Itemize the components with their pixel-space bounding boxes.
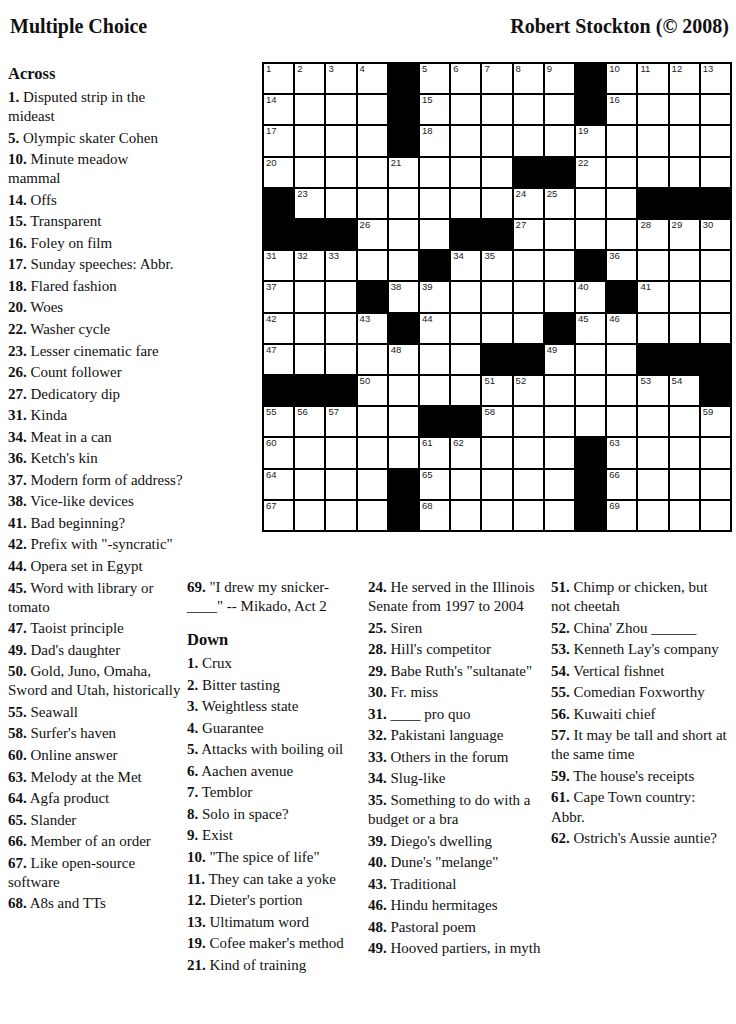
cell-r5c10[interactable]: 25: [545, 189, 574, 218]
cell-r8c13[interactable]: 41: [638, 282, 667, 311]
cell-r11c13[interactable]: 53: [638, 376, 667, 405]
cell-number: 61: [422, 438, 433, 449]
cell-r1c10[interactable]: 9: [545, 64, 574, 93]
clues-column-2: 69. "I drew my snicker-____" -- Mikado, …: [187, 578, 357, 977]
cell-r10c6[interactable]: [420, 345, 449, 374]
cell-r9c14[interactable]: [670, 314, 699, 343]
cell-r9c8[interactable]: [482, 314, 511, 343]
cell-r5c4[interactable]: [358, 189, 387, 218]
cell-r13c8[interactable]: [482, 438, 511, 467]
cell-r7c1[interactable]: 31: [264, 251, 293, 280]
cell-r2c12[interactable]: 16: [607, 95, 636, 124]
cell-number: 14: [266, 95, 277, 106]
cell-r6c5[interactable]: [389, 220, 418, 249]
cell-r4c3[interactable]: [326, 158, 355, 187]
cell-r7c4[interactable]: [358, 251, 387, 280]
down-clue-33: 33. Others in the forum: [368, 748, 544, 767]
cell-r15c14[interactable]: [670, 501, 699, 530]
cell-r4c1[interactable]: 20: [264, 158, 293, 187]
cell-r7c14[interactable]: [670, 251, 699, 280]
cell-number: 10: [609, 64, 620, 75]
cell-r3c3[interactable]: [326, 126, 355, 155]
cell-r9c11[interactable]: 45: [576, 314, 605, 343]
clue-number: 2.: [187, 677, 198, 693]
down-clue-49: 49. Hooved partiers, in myth: [368, 939, 544, 958]
cell-r4c9: [514, 158, 543, 187]
cell-r13c1[interactable]: 60: [264, 438, 293, 467]
cell-r9c3[interactable]: [326, 314, 355, 343]
cell-r15c10[interactable]: [545, 501, 574, 530]
cell-r2c8[interactable]: [482, 95, 511, 124]
cell-r6c12[interactable]: [607, 220, 636, 249]
clue-number: 27.: [8, 386, 27, 402]
cell-r8c5[interactable]: 38: [389, 282, 418, 311]
cell-r13c2[interactable]: [295, 438, 324, 467]
clue-number: 37.: [8, 472, 27, 488]
clue-number: 14.: [8, 192, 27, 208]
cell-r12c8[interactable]: 58: [482, 407, 511, 436]
cell-r6c2: [295, 220, 324, 249]
across-clue-45: 45. Word with library or tomato: [8, 579, 184, 617]
cell-r1c15[interactable]: 13: [701, 64, 730, 93]
clue-number: 41.: [8, 515, 27, 531]
cell-r4c5[interactable]: 21: [389, 158, 418, 187]
across-clue-36: 36. Ketch's kin: [8, 449, 184, 468]
cell-r2c13[interactable]: [638, 95, 667, 124]
cell-r4c7[interactable]: [451, 158, 480, 187]
cell-number: 57: [328, 407, 339, 418]
cell-r15c3[interactable]: [326, 501, 355, 530]
clue-number: 9.: [187, 827, 198, 843]
cell-r7c2[interactable]: 32: [295, 251, 324, 280]
cell-r1c2[interactable]: 2: [295, 64, 324, 93]
down-clue-46: 46. Hindu hermitages: [368, 896, 544, 915]
cell-r14c5: [389, 470, 418, 499]
clue-number: 39.: [368, 833, 387, 849]
cell-r5c11[interactable]: [576, 189, 605, 218]
cell-r8c3[interactable]: [326, 282, 355, 311]
cell-r4c8[interactable]: [482, 158, 511, 187]
cell-r6c6[interactable]: [420, 220, 449, 249]
cell-r6c10[interactable]: [545, 220, 574, 249]
cell-r11c1: [264, 376, 293, 405]
cell-number: 2: [297, 64, 302, 75]
clue-number: 68.: [8, 895, 27, 911]
cell-r10c10[interactable]: 49: [545, 345, 574, 374]
clue-number: 64.: [8, 790, 27, 806]
cell-r11c14[interactable]: 54: [670, 376, 699, 405]
cell-r5c6[interactable]: [420, 189, 449, 218]
clue-number: 33.: [368, 749, 387, 765]
cell-r1c9[interactable]: 8: [514, 64, 543, 93]
cell-r12c5[interactable]: [389, 407, 418, 436]
cell-r10c12[interactable]: [607, 345, 636, 374]
cell-r7c7[interactable]: 34: [451, 251, 480, 280]
cell-r3c14[interactable]: [670, 126, 699, 155]
cell-r14c1[interactable]: 64: [264, 470, 293, 499]
cell-r1c3[interactable]: 3: [326, 64, 355, 93]
cell-number: 59: [703, 407, 714, 418]
cell-r7c13[interactable]: [638, 251, 667, 280]
cell-r9c1[interactable]: 42: [264, 314, 293, 343]
cell-r14c2[interactable]: [295, 470, 324, 499]
cell-number: 1: [266, 64, 271, 75]
cell-r9c12[interactable]: 46: [607, 314, 636, 343]
cell-r13c15[interactable]: [701, 438, 730, 467]
cell-r8c2[interactable]: [295, 282, 324, 311]
down-clue-31: 31. ____ pro quo: [368, 705, 544, 724]
cell-r14c4[interactable]: [358, 470, 387, 499]
clue-number: 21.: [187, 957, 206, 973]
cell-r11c9[interactable]: 52: [514, 376, 543, 405]
cell-r11c6[interactable]: [420, 376, 449, 405]
cell-r11c8[interactable]: 51: [482, 376, 511, 405]
cell-r10c3[interactable]: [326, 345, 355, 374]
cell-r2c6[interactable]: 15: [420, 95, 449, 124]
cell-r6c13[interactable]: 28: [638, 220, 667, 249]
cell-r9c6[interactable]: 44: [420, 314, 449, 343]
cell-number: 29: [672, 220, 683, 231]
cell-r6c11[interactable]: [576, 220, 605, 249]
clue-number: 4.: [187, 720, 198, 736]
down-clue-39: 39. Diego's dwelling: [368, 832, 544, 851]
cell-r12c4[interactable]: [358, 407, 387, 436]
clue-number: 55.: [8, 704, 27, 720]
across-clue-34: 34. Meat in a can: [8, 428, 184, 447]
cell-r4c4[interactable]: [358, 158, 387, 187]
cell-r15c6[interactable]: 68: [420, 501, 449, 530]
cell-number: 34: [453, 251, 464, 262]
cell-r10c1[interactable]: 47: [264, 345, 293, 374]
cell-r14c8[interactable]: [482, 470, 511, 499]
cell-number: 32: [297, 251, 308, 262]
cell-r3c15[interactable]: [701, 126, 730, 155]
clue-number: 49.: [8, 642, 27, 658]
cell-r12c1[interactable]: 55: [264, 407, 293, 436]
cell-r3c11[interactable]: 19: [576, 126, 605, 155]
cell-r9c4[interactable]: 43: [358, 314, 387, 343]
cell-r1c13[interactable]: 11: [638, 64, 667, 93]
cell-number: 4: [360, 64, 365, 75]
across-clue-41: 41. Bad beginning?: [8, 514, 184, 533]
cell-r7c8[interactable]: 35: [482, 251, 511, 280]
down-clue-11: 11. They can take a yoke: [187, 870, 357, 889]
across-clue-58: 58. Surfer's haven: [8, 724, 184, 743]
across-clue-68: 68. A8s and TTs: [8, 894, 184, 913]
clue-number: 49.: [368, 940, 387, 956]
cell-r2c15[interactable]: [701, 95, 730, 124]
cell-r5c9[interactable]: 24: [514, 189, 543, 218]
cell-r8c10[interactable]: [545, 282, 574, 311]
cell-r12c3[interactable]: 57: [326, 407, 355, 436]
across-clue-18: 18. Flared fashion: [8, 277, 184, 296]
cell-r14c15[interactable]: [701, 470, 730, 499]
cell-r8c15[interactable]: [701, 282, 730, 311]
cell-r10c15: [701, 345, 730, 374]
crossword-grid[interactable]: 1234567891011121314151617181920212223242…: [262, 62, 732, 532]
down-clue-48: 48. Pastoral poem: [368, 918, 544, 937]
cell-r2c1[interactable]: 14: [264, 95, 293, 124]
cell-r15c13[interactable]: [638, 501, 667, 530]
cell-number: 20: [266, 158, 277, 169]
cell-r15c1[interactable]: 67: [264, 501, 293, 530]
cell-r14c12[interactable]: 66: [607, 470, 636, 499]
down-clue-56: 56. Kuwaiti chief: [551, 705, 730, 724]
cell-r1c4[interactable]: 4: [358, 64, 387, 93]
cell-r6c9[interactable]: 27: [514, 220, 543, 249]
cell-r7c12[interactable]: 36: [607, 251, 636, 280]
cell-r13c9[interactable]: [514, 438, 543, 467]
cell-r13c14[interactable]: [670, 438, 699, 467]
cell-number: 47: [266, 345, 277, 356]
cell-r4c6[interactable]: [420, 158, 449, 187]
cell-r4c12[interactable]: [607, 158, 636, 187]
clue-number: 11.: [187, 871, 205, 887]
clue-number: 56.: [551, 706, 570, 722]
cell-r8c4: [358, 282, 387, 311]
clue-number: 54.: [551, 663, 570, 679]
cell-r1c14[interactable]: 12: [670, 64, 699, 93]
cell-r8c6[interactable]: 39: [420, 282, 449, 311]
cell-r15c5: [389, 501, 418, 530]
down-clue-62: 62. Ostrich's Aussie auntie?: [551, 829, 730, 848]
cell-number: 41: [640, 282, 651, 293]
cell-r2c7[interactable]: [451, 95, 480, 124]
clue-number: 42.: [8, 536, 27, 552]
clue-number: 12.: [187, 892, 206, 908]
clue-number: 19.: [187, 935, 206, 951]
cell-r8c1[interactable]: 37: [264, 282, 293, 311]
cell-r14c10[interactable]: [545, 470, 574, 499]
clue-number: 66.: [8, 833, 27, 849]
author-credit: Robert Stockton (© 2008): [510, 15, 729, 38]
cell-r7c9[interactable]: [514, 251, 543, 280]
down-clue-53: 53. Kenneth Lay's company: [551, 640, 730, 659]
cell-r6c15[interactable]: 30: [701, 220, 730, 249]
cell-r3c10[interactable]: [545, 126, 574, 155]
down-clue-5: 5. Attacks with boiling oil: [187, 740, 357, 759]
cell-number: 6: [453, 64, 458, 75]
cell-number: 52: [516, 376, 527, 387]
cell-r11c10[interactable]: [545, 376, 574, 405]
cell-number: 45: [578, 314, 589, 325]
cell-number: 30: [703, 220, 714, 231]
cell-r11c4[interactable]: 50: [358, 376, 387, 405]
cell-r15c4[interactable]: [358, 501, 387, 530]
cell-r14c13[interactable]: [638, 470, 667, 499]
cell-r10c8: [482, 345, 511, 374]
cell-r13c3[interactable]: [326, 438, 355, 467]
cell-r5c3[interactable]: [326, 189, 355, 218]
cell-r2c10[interactable]: [545, 95, 574, 124]
cell-number: 42: [266, 314, 277, 325]
cell-r3c2[interactable]: [295, 126, 324, 155]
clue-number: 34.: [8, 429, 27, 445]
cell-r5c15: [701, 189, 730, 218]
cell-r12c11[interactable]: [576, 407, 605, 436]
cell-r12c2[interactable]: 56: [295, 407, 324, 436]
cell-r11c11[interactable]: [576, 376, 605, 405]
cell-r5c5[interactable]: [389, 189, 418, 218]
clue-number: 53.: [551, 641, 570, 657]
cell-r4c11[interactable]: 22: [576, 158, 605, 187]
clue-number: 62.: [551, 830, 570, 846]
cell-r3c9[interactable]: [514, 126, 543, 155]
cell-r2c14[interactable]: [670, 95, 699, 124]
cell-r15c8[interactable]: [482, 501, 511, 530]
across-clue-38: 38. Vice-like devices: [8, 492, 184, 511]
cell-r9c13[interactable]: [638, 314, 667, 343]
cell-r1c7[interactable]: 6: [451, 64, 480, 93]
cell-r13c7[interactable]: 62: [451, 438, 480, 467]
cell-r9c7[interactable]: [451, 314, 480, 343]
cell-r13c13[interactable]: [638, 438, 667, 467]
cell-number: 3: [328, 64, 333, 75]
cell-number: 40: [578, 282, 589, 293]
page-header: Multiple Choice Robert Stockton (© 2008): [10, 15, 729, 38]
cell-r2c4[interactable]: [358, 95, 387, 124]
cell-r4c14[interactable]: [670, 158, 699, 187]
cell-r1c12[interactable]: 10: [607, 64, 636, 93]
cell-r8c8[interactable]: [482, 282, 511, 311]
cell-r5c2[interactable]: 23: [295, 189, 324, 218]
cell-r11c7[interactable]: [451, 376, 480, 405]
cell-r13c10[interactable]: [545, 438, 574, 467]
cell-r8c9[interactable]: [514, 282, 543, 311]
across-clue-67: 67. Like open-source software: [8, 854, 184, 892]
cell-r3c8[interactable]: [482, 126, 511, 155]
down-clue-7: 7. Temblor: [187, 783, 357, 802]
clue-number: 31.: [368, 706, 387, 722]
cell-number: 35: [484, 251, 495, 262]
cell-r12c15[interactable]: 59: [701, 407, 730, 436]
clues-column-1: Across1. Disputed strip in the mideast5.…: [8, 64, 184, 916]
cell-r2c3[interactable]: [326, 95, 355, 124]
cell-r3c7[interactable]: [451, 126, 480, 155]
cell-number: 24: [516, 189, 527, 200]
clue-number: 28.: [368, 641, 387, 657]
cell-r15c2[interactable]: [295, 501, 324, 530]
cell-r15c12[interactable]: 69: [607, 501, 636, 530]
cell-r3c4[interactable]: [358, 126, 387, 155]
cell-number: 66: [609, 470, 620, 481]
cell-r14c7[interactable]: [451, 470, 480, 499]
cell-r11c12[interactable]: [607, 376, 636, 405]
cell-r8c7[interactable]: [451, 282, 480, 311]
down-clue-35: 35. Something to do with a budget or a b…: [368, 791, 544, 829]
cell-r1c1[interactable]: 1: [264, 64, 293, 93]
clue-number: 16.: [8, 235, 27, 251]
cell-r6c14[interactable]: 29: [670, 220, 699, 249]
cell-r7c3[interactable]: 33: [326, 251, 355, 280]
cell-r9c9[interactable]: [514, 314, 543, 343]
cell-r4c2[interactable]: [295, 158, 324, 187]
cell-r15c9[interactable]: [514, 501, 543, 530]
cell-r15c7[interactable]: [451, 501, 480, 530]
cell-r4c15[interactable]: [701, 158, 730, 187]
cell-r14c9[interactable]: [514, 470, 543, 499]
clue-number: 65.: [8, 812, 27, 828]
cell-r13c6[interactable]: 61: [420, 438, 449, 467]
cell-r10c13: [638, 345, 667, 374]
cell-r7c11: [576, 251, 605, 280]
down-clue-8: 8. Solo in space?: [187, 805, 357, 824]
cell-r5c12[interactable]: [607, 189, 636, 218]
cell-r5c7[interactable]: [451, 189, 480, 218]
cell-r12c14[interactable]: [670, 407, 699, 436]
cell-r1c8[interactable]: 7: [482, 64, 511, 93]
down-clue-19: 19. Cofee maker's method: [187, 934, 357, 953]
cell-r3c6[interactable]: 18: [420, 126, 449, 155]
across-clue-17: 17. Sunday speeches: Abbr.: [8, 255, 184, 274]
cell-r13c5[interactable]: [389, 438, 418, 467]
cell-r10c2[interactable]: [295, 345, 324, 374]
clue-number: 48.: [368, 919, 387, 935]
cell-r10c11[interactable]: [576, 345, 605, 374]
cell-number: 27: [516, 220, 527, 231]
cell-r3c12[interactable]: [607, 126, 636, 155]
across-clue-5: 5. Olympic skater Cohen: [8, 129, 184, 148]
clue-number: 13.: [187, 914, 206, 930]
cell-r3c5: [389, 126, 418, 155]
cell-r10c4[interactable]: [358, 345, 387, 374]
cell-number: 36: [609, 251, 620, 262]
cell-r14c3[interactable]: [326, 470, 355, 499]
cell-r2c11: [576, 95, 605, 124]
cell-r7c10[interactable]: [545, 251, 574, 280]
cell-r8c11[interactable]: 40: [576, 282, 605, 311]
cell-r2c2[interactable]: [295, 95, 324, 124]
cell-number: 15: [422, 95, 433, 106]
cell-r11c5[interactable]: [389, 376, 418, 405]
cell-r2c9[interactable]: [514, 95, 543, 124]
cell-r10c9: [514, 345, 543, 374]
clue-number: 1.: [187, 655, 198, 671]
cell-r14c14[interactable]: [670, 470, 699, 499]
cell-r3c13[interactable]: [638, 126, 667, 155]
cell-r4c13[interactable]: [638, 158, 667, 187]
cell-number: 9: [547, 64, 552, 75]
cell-r13c4[interactable]: [358, 438, 387, 467]
cell-r7c15[interactable]: [701, 251, 730, 280]
cell-r12c10[interactable]: [545, 407, 574, 436]
down-clue-57: 57. It may be tall and short at the same…: [551, 726, 730, 764]
cell-r10c5[interactable]: 48: [389, 345, 418, 374]
down-clue-9: 9. Exist: [187, 826, 357, 845]
cell-r5c8[interactable]: [482, 189, 511, 218]
cell-r9c15[interactable]: [701, 314, 730, 343]
across-clue-47: 47. Taoist principle: [8, 619, 184, 638]
cell-r12c12[interactable]: [607, 407, 636, 436]
clue-number: 1.: [8, 89, 19, 105]
cell-r15c15[interactable]: [701, 501, 730, 530]
cell-r3c1[interactable]: 17: [264, 126, 293, 155]
cell-r8c14[interactable]: [670, 282, 699, 311]
cell-r1c6[interactable]: 5: [420, 64, 449, 93]
cell-r10c7[interactable]: [451, 345, 480, 374]
cell-r13c12[interactable]: 63: [607, 438, 636, 467]
across-clue-16: 16. Foley on film: [8, 234, 184, 253]
clue-number: 7.: [187, 784, 198, 800]
cell-r7c5[interactable]: [389, 251, 418, 280]
cell-r14c6[interactable]: 65: [420, 470, 449, 499]
cell-r12c13[interactable]: [638, 407, 667, 436]
cell-r9c2[interactable]: [295, 314, 324, 343]
clue-number: 44.: [8, 558, 27, 574]
clues-column-4: 51. Chimp or chicken, but not cheetah52.…: [551, 578, 730, 851]
cell-r12c9[interactable]: [514, 407, 543, 436]
cell-r6c4[interactable]: 26: [358, 220, 387, 249]
